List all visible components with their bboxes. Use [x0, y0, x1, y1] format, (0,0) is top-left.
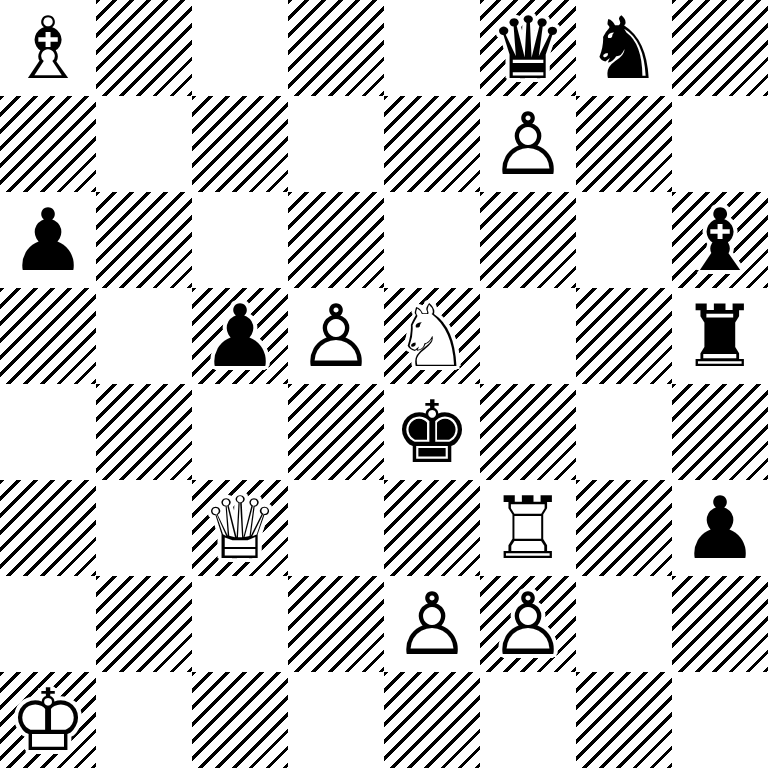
- piece-black-pawn[interactable]: ♟♟: [672, 480, 768, 576]
- square-c6[interactable]: [192, 192, 288, 288]
- square-a4[interactable]: [0, 384, 96, 480]
- white-knight-icon: ♘: [384, 288, 480, 384]
- square-h8[interactable]: [672, 0, 768, 96]
- piece-black-rook[interactable]: ♜♜: [672, 288, 768, 384]
- piece-white-knight[interactable]: ♞♘: [384, 288, 480, 384]
- white-pawn-icon: ♙: [480, 576, 576, 672]
- piece-black-queen[interactable]: ♛♛: [480, 0, 576, 96]
- black-bishop-icon: ♝: [672, 192, 768, 288]
- square-g5[interactable]: [576, 288, 672, 384]
- piece-black-knight[interactable]: ♞♞: [576, 0, 672, 96]
- square-b2[interactable]: [96, 576, 192, 672]
- square-h1[interactable]: [672, 672, 768, 768]
- square-h7[interactable]: [672, 96, 768, 192]
- square-b7[interactable]: [96, 96, 192, 192]
- square-a8[interactable]: ♝♗: [0, 0, 96, 96]
- square-h5[interactable]: ♜♜: [672, 288, 768, 384]
- square-g8[interactable]: ♞♞: [576, 0, 672, 96]
- square-a6[interactable]: ♟♟: [0, 192, 96, 288]
- square-c3[interactable]: ♛♕: [192, 480, 288, 576]
- piece-white-pawn[interactable]: ♟♙: [384, 576, 480, 672]
- piece-white-rook[interactable]: ♜♖: [480, 480, 576, 576]
- square-e3[interactable]: [384, 480, 480, 576]
- chess-board: ♝♗♛♛♞♞♟♙♟♟♝♝♟♟♟♙♞♘♜♜♚♚♛♕♜♖♟♟♟♙♟♙♚♔: [0, 0, 768, 768]
- square-f1[interactable]: [480, 672, 576, 768]
- black-king-icon: ♚: [384, 384, 480, 480]
- square-d3[interactable]: [288, 480, 384, 576]
- square-b4[interactable]: [96, 384, 192, 480]
- square-g1[interactable]: [576, 672, 672, 768]
- white-pawn-icon: ♙: [288, 288, 384, 384]
- white-pawn-icon: ♙: [384, 576, 480, 672]
- piece-black-pawn[interactable]: ♟♟: [0, 192, 96, 288]
- square-e4[interactable]: ♚♚: [384, 384, 480, 480]
- square-d8[interactable]: [288, 0, 384, 96]
- piece-black-bishop[interactable]: ♝♝: [672, 192, 768, 288]
- square-g4[interactable]: [576, 384, 672, 480]
- piece-white-pawn[interactable]: ♟♙: [288, 288, 384, 384]
- square-d2[interactable]: [288, 576, 384, 672]
- square-e5[interactable]: ♞♘: [384, 288, 480, 384]
- square-d6[interactable]: [288, 192, 384, 288]
- black-pawn-icon: ♟: [672, 480, 768, 576]
- square-f7[interactable]: ♟♙: [480, 96, 576, 192]
- chess-diagram: ♝♗♛♛♞♞♟♙♟♟♝♝♟♟♟♙♞♘♜♜♚♚♛♕♜♖♟♟♟♙♟♙♚♔: [0, 0, 768, 768]
- square-f4[interactable]: [480, 384, 576, 480]
- black-pawn-icon: ♟: [0, 192, 96, 288]
- square-g2[interactable]: [576, 576, 672, 672]
- piece-white-king[interactable]: ♚♔: [0, 672, 96, 768]
- piece-black-king[interactable]: ♚♚: [384, 384, 480, 480]
- square-b1[interactable]: [96, 672, 192, 768]
- white-queen-icon: ♕: [192, 480, 288, 576]
- square-e2[interactable]: ♟♙: [384, 576, 480, 672]
- piece-white-queen[interactable]: ♛♕: [192, 480, 288, 576]
- square-f6[interactable]: [480, 192, 576, 288]
- square-a3[interactable]: [0, 480, 96, 576]
- square-a7[interactable]: [0, 96, 96, 192]
- square-f3[interactable]: ♜♖: [480, 480, 576, 576]
- white-bishop-icon: ♗: [0, 0, 96, 96]
- white-king-icon: ♔: [0, 672, 96, 768]
- square-g3[interactable]: [576, 480, 672, 576]
- square-e7[interactable]: [384, 96, 480, 192]
- piece-white-bishop[interactable]: ♝♗: [0, 0, 96, 96]
- square-f2[interactable]: ♟♙: [480, 576, 576, 672]
- square-a2[interactable]: [0, 576, 96, 672]
- square-f8[interactable]: ♛♛: [480, 0, 576, 96]
- white-rook-icon: ♖: [480, 480, 576, 576]
- square-h4[interactable]: [672, 384, 768, 480]
- square-g6[interactable]: [576, 192, 672, 288]
- square-h6[interactable]: ♝♝: [672, 192, 768, 288]
- square-c5[interactable]: ♟♟: [192, 288, 288, 384]
- square-a1[interactable]: ♚♔: [0, 672, 96, 768]
- square-h2[interactable]: [672, 576, 768, 672]
- square-f5[interactable]: [480, 288, 576, 384]
- square-c4[interactable]: [192, 384, 288, 480]
- square-d4[interactable]: [288, 384, 384, 480]
- square-b8[interactable]: [96, 0, 192, 96]
- piece-white-pawn[interactable]: ♟♙: [480, 576, 576, 672]
- square-e6[interactable]: [384, 192, 480, 288]
- black-knight-icon: ♞: [576, 0, 672, 96]
- piece-white-pawn[interactable]: ♟♙: [480, 96, 576, 192]
- square-d7[interactable]: [288, 96, 384, 192]
- white-pawn-icon: ♙: [480, 96, 576, 192]
- square-c1[interactable]: [192, 672, 288, 768]
- square-b3[interactable]: [96, 480, 192, 576]
- square-a5[interactable]: [0, 288, 96, 384]
- piece-black-pawn[interactable]: ♟♟: [192, 288, 288, 384]
- black-rook-icon: ♜: [672, 288, 768, 384]
- square-d5[interactable]: ♟♙: [288, 288, 384, 384]
- square-c2[interactable]: [192, 576, 288, 672]
- square-e8[interactable]: [384, 0, 480, 96]
- black-pawn-icon: ♟: [192, 288, 288, 384]
- square-b6[interactable]: [96, 192, 192, 288]
- black-queen-icon: ♛: [480, 0, 576, 96]
- square-b5[interactable]: [96, 288, 192, 384]
- square-d1[interactable]: [288, 672, 384, 768]
- square-h3[interactable]: ♟♟: [672, 480, 768, 576]
- square-e1[interactable]: [384, 672, 480, 768]
- square-g7[interactable]: [576, 96, 672, 192]
- square-c8[interactable]: [192, 0, 288, 96]
- square-c7[interactable]: [192, 96, 288, 192]
